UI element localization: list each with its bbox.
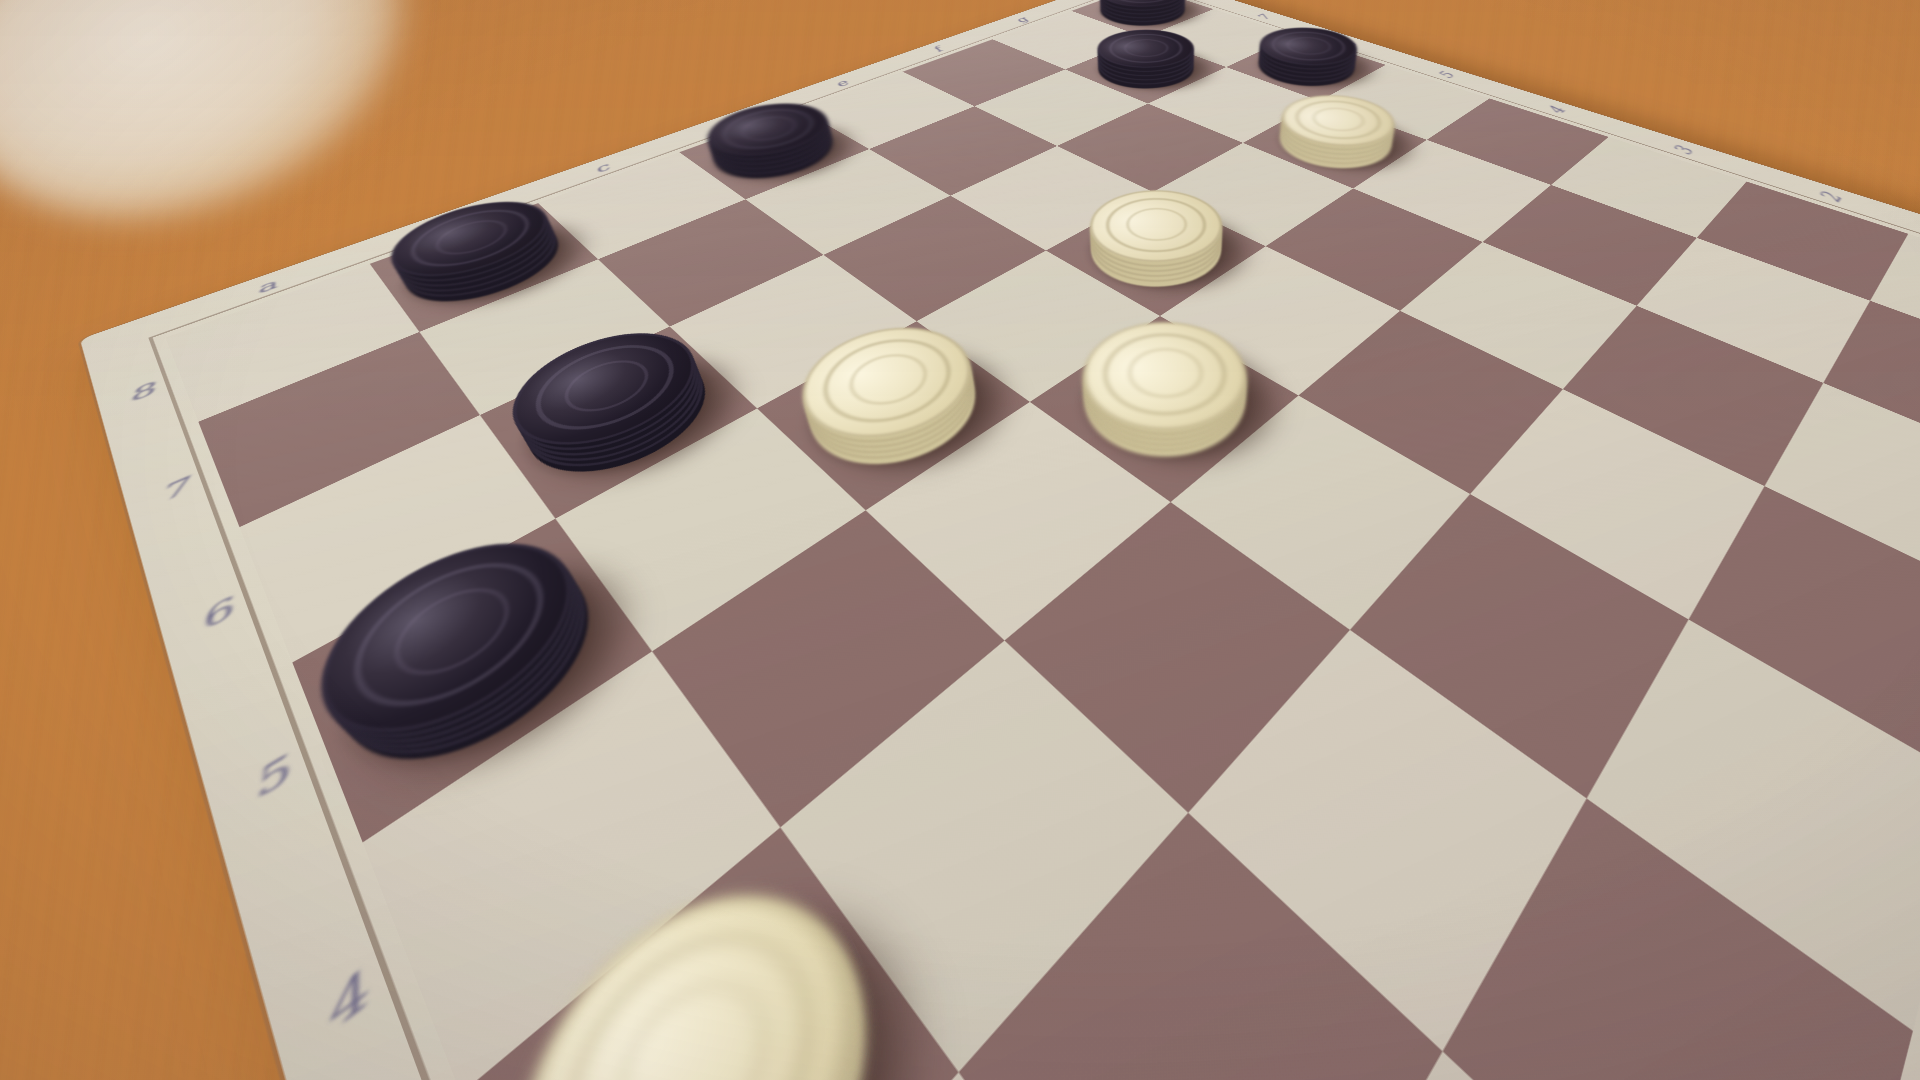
scene: aabbccddeeffgghh1122334455667788	[0, 0, 1920, 1080]
rank-label: 5	[205, 724, 334, 838]
rank-label: 7	[124, 459, 223, 525]
square-b1[interactable]	[1224, 1051, 1819, 1080]
squares-grid	[165, 0, 1920, 1080]
square-c1[interactable]	[1443, 798, 1914, 1080]
board-mat: aabbccddeeffgghh1122334455667788	[80, 0, 1920, 1080]
rank-label: 6	[159, 574, 271, 659]
rank-label: 4	[269, 927, 420, 1080]
checkers-board: aabbccddeeffgghh1122334455667788	[80, 0, 1920, 1080]
square-c2[interactable]	[1188, 630, 1586, 1051]
square-d1[interactable]	[1587, 619, 1920, 1031]
square-b2[interactable]	[959, 813, 1443, 1080]
rank-label: 8	[96, 367, 185, 420]
